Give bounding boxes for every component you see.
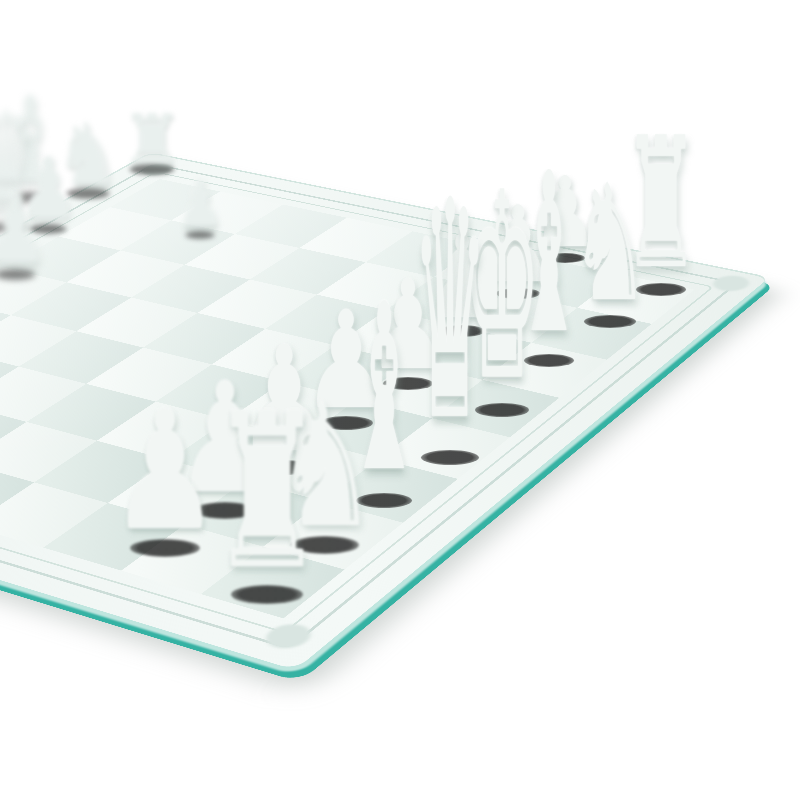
black-pawn-glyph: ♟ <box>176 172 224 237</box>
white-rook-glyph: ♜ <box>211 386 324 600</box>
product-photo-stage: ♜♞♝♛♟♟♟♟♜♟♞♟♝♟♚♟♛♟♝♟♞♟♜ <box>0 0 800 800</box>
black-rook-glyph: ♜ <box>121 106 184 173</box>
white-knight-glyph: ♞ <box>571 165 649 326</box>
white-queen-glyph: ♛ <box>413 161 488 463</box>
white-pawn-glyph: ♟ <box>110 388 220 554</box>
black-pawn-glyph: ♟ <box>0 183 49 278</box>
